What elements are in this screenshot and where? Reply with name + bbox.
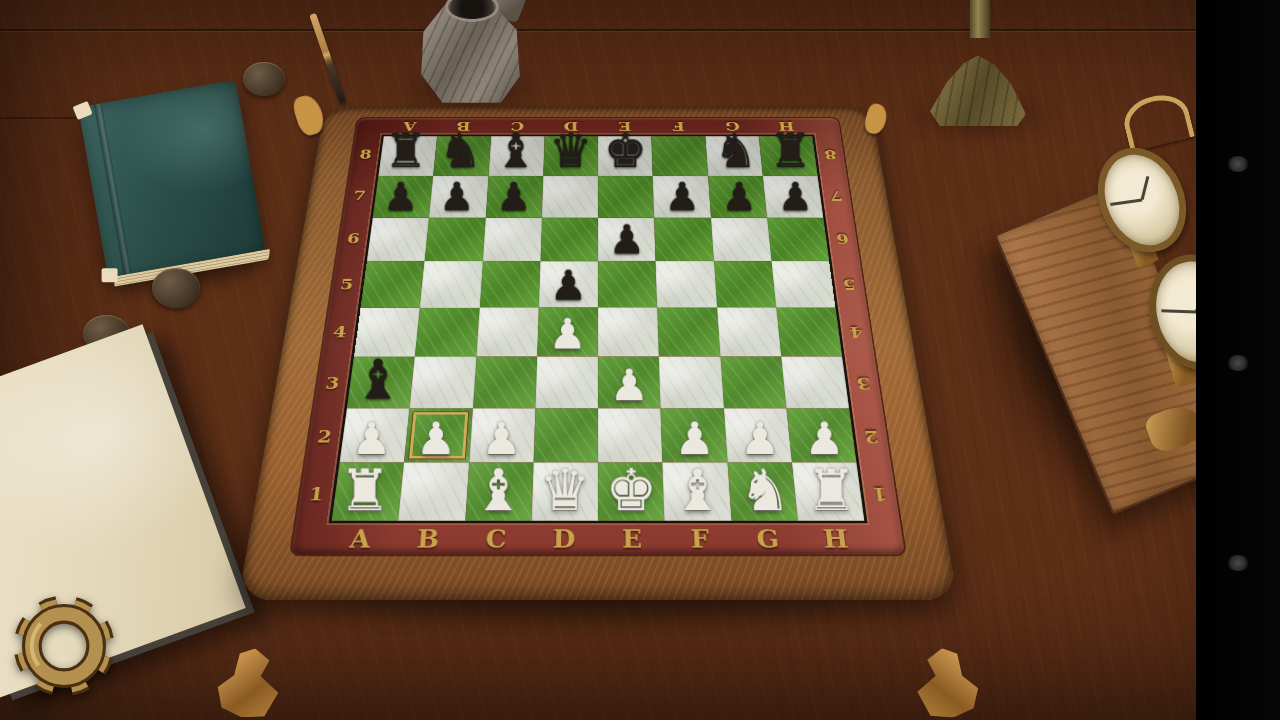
black-rook-h8[interactable]: ♜ <box>763 127 818 174</box>
square-b8[interactable]: ♞ <box>433 136 491 176</box>
square-e4[interactable] <box>598 308 659 357</box>
square-c2[interactable]: ♟ <box>469 408 535 463</box>
black-pawn-c7[interactable]: ♟ <box>485 177 541 216</box>
candlestick-stem <box>970 0 990 38</box>
square-g7[interactable]: ♟ <box>708 176 767 218</box>
black-knight-b8[interactable]: ♞ <box>433 127 488 174</box>
nav-button-dot[interactable] <box>1227 355 1249 371</box>
square-d5[interactable]: ♟ <box>539 261 598 307</box>
white-pawn-c2[interactable]: ♟ <box>469 416 534 461</box>
settings-button[interactable] <box>10 592 118 700</box>
nav-button-dot[interactable] <box>1227 555 1249 571</box>
white-queen-d1[interactable]: ♛ <box>531 461 598 519</box>
white-pawn-b2[interactable]: ♟ <box>404 416 469 461</box>
brass-candlestick <box>928 0 1028 126</box>
white-rook-a1[interactable]: ♜ <box>331 461 398 519</box>
square-a7[interactable]: ♟ <box>373 176 434 218</box>
square-h7[interactable]: ♟ <box>763 176 824 218</box>
teal-book <box>78 79 266 280</box>
square-d1[interactable]: ♛ <box>531 463 598 521</box>
square-g2[interactable]: ♟ <box>723 408 791 463</box>
square-e7[interactable] <box>598 176 654 218</box>
white-pawn-d4[interactable]: ♟ <box>537 312 598 354</box>
square-h3[interactable] <box>781 356 849 408</box>
white-king-e1[interactable]: ♚ <box>598 461 665 519</box>
square-f8[interactable] <box>652 136 708 176</box>
black-pawn-h7[interactable]: ♟ <box>767 177 824 216</box>
square-b2[interactable]: ♟ <box>404 408 472 463</box>
square-d8[interactable]: ♛ <box>543 136 598 176</box>
square-h4[interactable] <box>776 308 842 357</box>
square-c6[interactable] <box>482 217 541 261</box>
square-h8[interactable]: ♜ <box>759 136 818 176</box>
square-g8[interactable]: ♞ <box>705 136 763 176</box>
square-d6[interactable] <box>540 217 598 261</box>
square-b3[interactable] <box>410 356 476 408</box>
book-page-corner <box>102 268 118 282</box>
square-f7[interactable]: ♟ <box>653 176 711 218</box>
gear-icon <box>10 592 118 700</box>
white-bishop-f1[interactable]: ♝ <box>665 461 732 519</box>
square-e8[interactable]: ♚ <box>598 136 653 176</box>
square-a3[interactable]: ♝ <box>347 356 415 408</box>
square-c7[interactable]: ♟ <box>485 176 543 218</box>
rank-label-8: 8 <box>349 135 381 175</box>
black-pawn-e6[interactable]: ♟ <box>598 220 656 260</box>
square-g4[interactable] <box>717 308 781 357</box>
black-bishop-a3[interactable]: ♝ <box>347 352 410 406</box>
square-f6[interactable] <box>654 217 713 261</box>
black-bishop-c8[interactable]: ♝ <box>488 127 543 174</box>
white-pawn-h2[interactable]: ♟ <box>792 416 857 461</box>
square-b4[interactable] <box>415 308 479 357</box>
square-f5[interactable] <box>656 261 717 307</box>
square-d3[interactable] <box>535 356 598 408</box>
chess-board: ♜♞♝♛♚♞♜♟♟♟♟♟♟♟♟♟♝♟♟♟♟♟♟♟♜♝♛♚♝♞♜ ABCDEFGH… <box>238 107 958 600</box>
square-c4[interactable] <box>476 308 539 357</box>
black-pawn-g7[interactable]: ♟ <box>711 177 767 216</box>
white-pawn-g2[interactable]: ♟ <box>727 416 792 461</box>
square-g6[interactable] <box>711 217 772 261</box>
black-king-e8[interactable]: ♚ <box>598 127 653 174</box>
square-f1[interactable]: ♝ <box>663 463 732 521</box>
square-f3[interactable] <box>659 356 723 408</box>
white-pawn-a2[interactable]: ♟ <box>339 416 404 461</box>
square-d7[interactable] <box>542 176 598 218</box>
square-f4[interactable] <box>657 308 720 357</box>
square-f2[interactable]: ♟ <box>661 408 727 463</box>
white-knight-g1[interactable]: ♞ <box>731 461 798 519</box>
square-a5[interactable] <box>361 261 425 307</box>
white-rook-h1[interactable]: ♜ <box>798 461 865 519</box>
square-d2[interactable] <box>533 408 598 463</box>
white-bishop-c1[interactable]: ♝ <box>465 461 532 519</box>
board-grid: ♜♞♝♛♚♞♜♟♟♟♟♟♟♟♟♟♝♟♟♟♟♟♟♟♜♝♛♚♝♞♜ <box>332 136 865 520</box>
square-c8[interactable]: ♝ <box>488 136 544 176</box>
square-d4[interactable]: ♟ <box>537 308 598 357</box>
square-h6[interactable] <box>767 217 829 261</box>
square-e6[interactable]: ♟ <box>598 217 656 261</box>
pewter-inkwell <box>417 0 523 106</box>
square-c3[interactable] <box>473 356 537 408</box>
black-pawn-b7[interactable]: ♟ <box>429 177 485 216</box>
square-h1[interactable]: ♜ <box>792 463 864 521</box>
candlestick-base <box>928 28 1028 126</box>
rank-label-7: 7 <box>343 175 376 217</box>
square-g3[interactable] <box>720 356 786 408</box>
square-b6[interactable] <box>425 217 486 261</box>
black-pawn-d5[interactable]: ♟ <box>539 265 598 306</box>
android-nav-bar <box>1196 0 1280 720</box>
black-pawn-f7[interactable]: ♟ <box>654 177 710 216</box>
square-c5[interactable] <box>479 261 540 307</box>
square-g1[interactable]: ♞ <box>727 463 797 521</box>
square-e3[interactable]: ♟ <box>598 356 661 408</box>
white-pawn-f2[interactable]: ♟ <box>663 416 728 461</box>
square-b7[interactable]: ♟ <box>429 176 488 218</box>
white-pawn-e3[interactable]: ♟ <box>598 363 661 406</box>
chess-app-screen: ♜♞♝♛♚♞♜♟♟♟♟♟♟♟♟♟♝♟♟♟♟♟♟♟♜♝♛♚♝♞♜ ABCDEFGH… <box>0 0 1280 720</box>
bronze-coin <box>152 268 200 308</box>
square-b5[interactable] <box>420 261 482 307</box>
nav-button-dot[interactable] <box>1227 156 1249 172</box>
bronze-coin <box>243 62 285 96</box>
square-e2[interactable] <box>598 408 663 463</box>
square-a6[interactable] <box>367 217 429 261</box>
black-queen-d8[interactable]: ♛ <box>543 127 598 174</box>
square-b1[interactable] <box>398 463 468 521</box>
square-a8[interactable]: ♜ <box>378 136 437 176</box>
file-label-top-f: F <box>652 118 707 134</box>
square-a1[interactable]: ♜ <box>332 463 404 521</box>
square-g5[interactable] <box>714 261 776 307</box>
square-e5[interactable] <box>598 261 657 307</box>
rank-label-6: 6 <box>336 217 370 261</box>
square-a2[interactable]: ♟ <box>340 408 410 463</box>
square-c1[interactable]: ♝ <box>465 463 534 521</box>
square-h5[interactable] <box>771 261 835 307</box>
square-e1[interactable]: ♚ <box>598 463 665 521</box>
square-h2[interactable]: ♟ <box>786 408 856 463</box>
black-rook-a8[interactable]: ♜ <box>378 127 433 174</box>
black-pawn-a7[interactable]: ♟ <box>373 177 430 216</box>
black-knight-g8[interactable]: ♞ <box>708 127 763 174</box>
